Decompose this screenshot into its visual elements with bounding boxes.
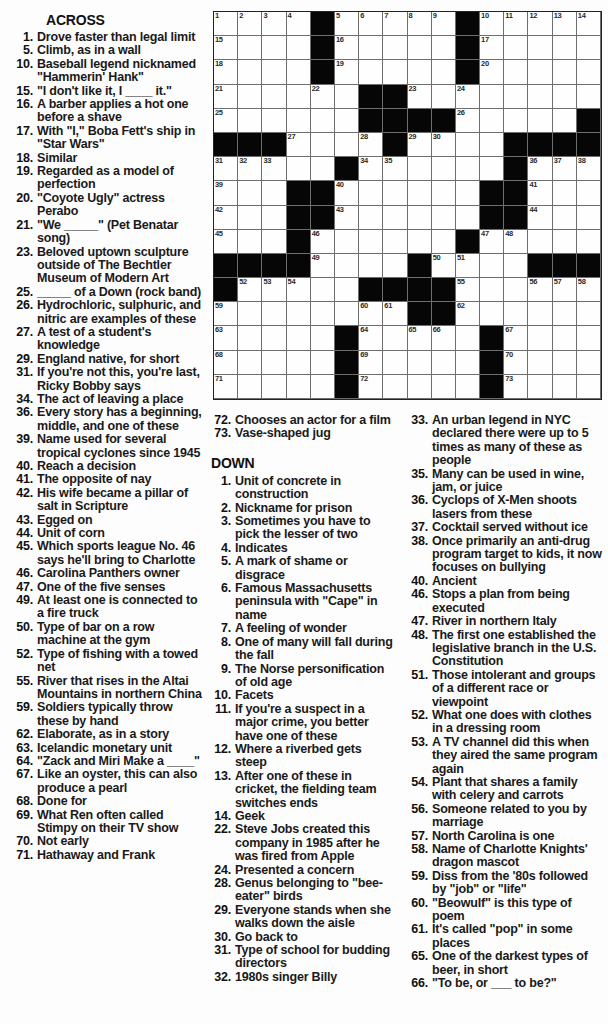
grid-cell	[262, 181, 286, 205]
cell-number: 70	[505, 351, 513, 359]
across-clue-list-continued: 72.Chooses an actor for a film73.Vase-sh…	[211, 414, 396, 441]
grid-cell	[238, 206, 262, 230]
clue-number: 54.	[398, 776, 428, 789]
grid-cell: 35	[383, 157, 407, 181]
clue-text: Name of Charlotte Knights' dragon mascot	[432, 843, 605, 870]
cell-number: 49	[312, 254, 320, 262]
grid-cell: 63	[214, 326, 238, 350]
cell-number: 47	[481, 230, 489, 238]
grid-cell	[456, 133, 480, 157]
grid-cell	[238, 302, 262, 326]
grid-cell	[456, 181, 480, 205]
clue-text: Carolina Panthers owner	[37, 567, 206, 580]
down-clue: 2.Nickname for prison	[211, 502, 396, 515]
grid-cell	[238, 109, 262, 133]
grid-cell: 9	[432, 12, 456, 36]
grid-cell	[480, 133, 504, 157]
grid-cell	[432, 375, 456, 399]
black-cell	[504, 206, 528, 230]
grid-cell: 70	[504, 351, 528, 375]
grid-cell	[528, 351, 552, 375]
grid-cell	[408, 351, 432, 375]
grid-cell	[432, 157, 456, 181]
clue-text: The opposite of nay	[37, 473, 206, 486]
grid-cell	[577, 326, 601, 350]
middle-clues-column: 72.Chooses an actor for a film73.Vase-sh…	[211, 414, 396, 984]
grid-cell	[311, 375, 335, 399]
grid-cell: 36	[528, 157, 552, 181]
grid-cell: 46	[311, 230, 335, 254]
grid-cell	[262, 109, 286, 133]
clue-text: Many can be used in wine, jam, or juice	[432, 468, 605, 495]
down-clue: 6.Famous Massachusetts peninsula with "C…	[211, 582, 396, 622]
grid-cell: 45	[214, 230, 238, 254]
clue-text: Done for	[37, 795, 206, 808]
clue-text: With "I," Boba Fett's ship in "Star Wars…	[37, 125, 206, 152]
grid-cell	[553, 85, 577, 109]
grid-cell	[456, 375, 480, 399]
across-clue: 25._____ of a Down (rock band)	[4, 286, 206, 299]
cell-number: 17	[481, 36, 489, 44]
across-clue-list: 1.Drove faster than legal limit5.Climb, …	[4, 31, 206, 862]
cell-number: 44	[529, 206, 537, 214]
grid-cell	[335, 230, 359, 254]
grid-cell	[311, 302, 335, 326]
grid-cell	[359, 60, 383, 84]
cell-number: 46	[312, 230, 320, 238]
grid-cell: 71	[214, 375, 238, 399]
grid-cell	[335, 85, 359, 109]
clue-text: One of the darkest types of beer, in sho…	[432, 950, 605, 977]
cell-number: 48	[505, 230, 513, 238]
clue-number: 45.	[4, 540, 33, 553]
black-cell	[432, 109, 456, 133]
black-cell	[528, 254, 552, 278]
grid-cell	[504, 109, 528, 133]
cell-number: 31	[215, 157, 223, 165]
grid-cell: 69	[359, 351, 383, 375]
clue-text: Someone related to you by marriage	[432, 803, 605, 830]
grid-cell	[432, 85, 456, 109]
black-cell	[214, 278, 238, 302]
clue-number: 60.	[398, 897, 428, 910]
down-clue: 51.Those intolerant and groups of a diff…	[398, 669, 605, 709]
down-clue: 32.1980s singer Billy	[211, 971, 396, 984]
black-cell	[553, 254, 577, 278]
grid-cell: 37	[553, 157, 577, 181]
black-cell	[287, 206, 311, 230]
grid-cell	[528, 109, 552, 133]
grid-cell	[504, 85, 528, 109]
black-cell	[553, 133, 577, 157]
across-clue: 68.Done for	[4, 795, 206, 808]
across-clue: 46.Carolina Panthers owner	[4, 567, 206, 580]
black-cell	[480, 206, 504, 230]
clue-number: 52.	[398, 709, 428, 722]
black-cell	[262, 254, 286, 278]
grid-cell	[383, 206, 407, 230]
grid-cell: 18	[214, 60, 238, 84]
clue-number: 8.	[211, 636, 231, 649]
black-cell	[214, 133, 238, 157]
grid-cell	[553, 326, 577, 350]
cell-number: 6	[360, 12, 364, 20]
clue-text: Baseball legend nicknamed "Hammerin' Han…	[37, 58, 206, 85]
clue-number: 18.	[4, 152, 33, 165]
grid-cell: 55	[456, 278, 480, 302]
clue-text: Egged on	[37, 514, 206, 527]
clue-number: 15.	[4, 85, 33, 98]
clue-text: Unit of corn	[37, 527, 206, 540]
across-clue: 36.Every story has a beginning, middle, …	[4, 406, 206, 433]
down-clue: 47.River in northern Italy	[398, 615, 605, 628]
clue-number: 47.	[398, 615, 428, 628]
clue-text: If you're not this, you're last, Ricky B…	[37, 366, 206, 393]
across-clues-column: ACROSS 1.Drove faster than legal limit5.…	[4, 12, 206, 862]
grid-cell: 52	[238, 278, 262, 302]
across-clue: 5.Climb, as in a wall	[4, 44, 206, 57]
cell-number: 56	[529, 278, 537, 286]
clue-number: 33.	[398, 414, 428, 427]
across-clue: 70.Not early	[4, 835, 206, 848]
clue-text: 1980s singer Billy	[235, 971, 396, 984]
across-clue: 34.The act of leaving a place	[4, 393, 206, 406]
black-cell	[383, 133, 407, 157]
clue-text: Soldiers typically throw these by hand	[37, 701, 206, 728]
down-clue: 28.Genus belonging to "bee-eater" birds	[211, 877, 396, 904]
cell-number: 42	[215, 206, 223, 214]
black-cell	[287, 254, 311, 278]
clue-text: Chooses an actor for a film	[235, 414, 396, 427]
grid-cell	[335, 302, 359, 326]
cell-number: 63	[215, 326, 223, 334]
clue-text: Go back to	[235, 931, 396, 944]
down-clue: 66."To be, or ___ to be?"	[398, 977, 605, 990]
grid-cell: 21	[214, 85, 238, 109]
cell-number: 55	[457, 278, 465, 286]
grid-cell: 54	[287, 278, 311, 302]
down-clue: 36.Cyclops of X-Men shoots lasers from t…	[398, 494, 605, 521]
grid-cell: 27	[287, 133, 311, 157]
clue-number: 7.	[211, 622, 231, 635]
grid-cell	[359, 36, 383, 60]
down-clue-list: 1.Unit of concrete in construction2.Nick…	[211, 475, 396, 984]
black-cell	[359, 109, 383, 133]
down-clue: 24.Presented a concern	[211, 864, 396, 877]
grid-cell	[504, 278, 528, 302]
clue-number: 36.	[398, 494, 428, 507]
grid-cell	[456, 157, 480, 181]
clue-number: 16.	[4, 98, 33, 111]
cell-number: 66	[433, 326, 441, 334]
cell-number: 4	[288, 12, 292, 20]
grid-cell: 10	[480, 12, 504, 36]
clue-number: 56.	[398, 803, 428, 816]
clue-number: 11.	[211, 703, 231, 716]
down-clue: 11.If you're a suspect in a major crime,…	[211, 703, 396, 743]
down-clue: 1.Unit of concrete in construction	[211, 475, 396, 502]
grid-cell	[577, 351, 601, 375]
clue-number: 29.	[211, 904, 231, 917]
clue-text: Drove faster than legal limit	[37, 31, 206, 44]
grid-cell	[383, 375, 407, 399]
black-cell	[456, 230, 480, 254]
grid-cell: 38	[577, 157, 601, 181]
clue-number: 25.	[4, 286, 33, 299]
black-cell	[577, 109, 601, 133]
clue-text: Famous Massachusetts peninsula with "Cap…	[235, 582, 396, 622]
grid-cell	[335, 278, 359, 302]
grid-cell	[287, 157, 311, 181]
cell-number: 59	[215, 302, 223, 310]
cell-number: 68	[215, 351, 223, 359]
grid-cell	[238, 375, 262, 399]
cell-number: 23	[409, 85, 417, 93]
clue-number: 58.	[398, 843, 428, 856]
grid-cell	[553, 230, 577, 254]
across-clue: 42.His wife became a pillar of salt in S…	[4, 487, 206, 514]
down-clue: 61.It's called "pop" in some places	[398, 923, 605, 950]
clue-text: What Ren often called Stimpy on their TV…	[37, 809, 206, 836]
across-header: ACROSS	[46, 12, 206, 28]
grid-cell: 68	[214, 351, 238, 375]
clue-text: His wife became a pillar of salt in Scri…	[37, 487, 206, 514]
clue-text: Where a riverbed gets steep	[235, 743, 396, 770]
black-cell	[408, 302, 432, 326]
down-clue-list-continued: 33.An urban legend in NYC declared there…	[398, 414, 605, 990]
clue-number: 34.	[4, 393, 33, 406]
grid-cell	[553, 36, 577, 60]
grid-cell	[408, 181, 432, 205]
across-clue: 73.Vase-shaped jug	[211, 427, 396, 440]
grid-cell: 14	[577, 12, 601, 36]
clue-number: 72.	[211, 414, 231, 427]
clue-number: 69.	[4, 809, 33, 822]
crossword-grid: 1234567891011121314151617181920212223242…	[213, 11, 602, 400]
cell-number: 19	[336, 60, 344, 68]
cell-number: 16	[336, 36, 344, 44]
grid-cell: 13	[553, 12, 577, 36]
grid-cell	[262, 85, 286, 109]
grid-cell: 22	[311, 85, 335, 109]
grid-cell	[432, 230, 456, 254]
clue-number: 12.	[211, 743, 231, 756]
black-cell	[383, 85, 407, 109]
clue-text: Elaborate, as in a story	[37, 728, 206, 741]
cell-number: 57	[554, 278, 562, 286]
right-clues-column: 33.An urban legend in NYC declared there…	[398, 414, 605, 990]
down-clue: 22.Steve Jobs created this company in 19…	[211, 823, 396, 863]
black-cell	[238, 254, 262, 278]
grid-cell	[577, 375, 601, 399]
across-clue: 40.Reach a decision	[4, 460, 206, 473]
across-clue: 41.The opposite of nay	[4, 473, 206, 486]
down-clue: 29.Everyone stands when she walks down t…	[211, 904, 396, 931]
down-clue: 30.Go back to	[211, 931, 396, 944]
grid-cell	[383, 351, 407, 375]
clue-number: 13.	[211, 770, 231, 783]
black-cell	[287, 181, 311, 205]
clue-text: "We _____" (Pet Benatar song)	[37, 219, 206, 246]
grid-cell	[262, 351, 286, 375]
across-clue: 62.Elaborate, as in a story	[4, 728, 206, 741]
clue-text: One of the five senses	[37, 581, 206, 594]
clue-text: Diss from the '80s followed by "job" or …	[432, 870, 605, 897]
across-clue: 1.Drove faster than legal limit	[4, 31, 206, 44]
cell-number: 9	[433, 12, 437, 20]
grid-cell: 62	[456, 302, 480, 326]
down-clue: 33.An urban legend in NYC declared there…	[398, 414, 605, 468]
clue-text: Genus belonging to "bee-eater" birds	[235, 877, 396, 904]
grid-cell	[408, 230, 432, 254]
down-clue: 8.One of many will fall during the fall	[211, 636, 396, 663]
black-cell	[287, 230, 311, 254]
clue-text: "I don't like it, I ____ it."	[37, 85, 206, 98]
grid-cell: 42	[214, 206, 238, 230]
down-clue: 46.Stops a plan from being executed	[398, 588, 605, 615]
clue-number: 1.	[211, 475, 231, 488]
across-clue: 52.Type of fishing with a towed net	[4, 648, 206, 675]
down-clue: 65.One of the darkest types of beer, in …	[398, 950, 605, 977]
clue-number: 61.	[398, 923, 428, 936]
clue-number: 42.	[4, 487, 33, 500]
cell-number: 53	[263, 278, 271, 286]
grid-cell	[528, 36, 552, 60]
clue-number: 43.	[4, 514, 33, 527]
grid-cell	[311, 109, 335, 133]
clue-text: A mark of shame or disgrace	[235, 555, 396, 582]
clue-text: River that rises in the Altai Mountains …	[37, 675, 206, 702]
clue-text: Cyclops of X-Men shoots lasers from thes…	[432, 494, 605, 521]
clue-text: The act of leaving a place	[37, 393, 206, 406]
grid-cell	[528, 85, 552, 109]
grid-cell	[528, 302, 552, 326]
clue-number: 31.	[211, 944, 231, 957]
cell-number: 60	[360, 302, 368, 310]
clue-text: Name used for several tropical cyclones …	[37, 433, 206, 460]
grid-cell	[553, 302, 577, 326]
clue-number: 14.	[211, 810, 231, 823]
clue-text: After one of these in cricket, the field…	[235, 770, 396, 810]
down-clue: 38.Once primarily an anti-drug program t…	[398, 535, 605, 575]
grid-cell	[262, 375, 286, 399]
across-clue: 19.Regarded as a model of perfection	[4, 165, 206, 192]
black-cell	[456, 12, 480, 36]
cell-number: 36	[529, 157, 537, 165]
across-clue: 23.Beloved uptown sculpture outside of T…	[4, 246, 206, 286]
clue-text: A TV channel did this when they aired th…	[432, 736, 605, 776]
black-cell	[432, 302, 456, 326]
cell-number: 41	[529, 181, 537, 189]
grid-cell: 6	[359, 12, 383, 36]
grid-cell	[577, 60, 601, 84]
grid-cell	[238, 85, 262, 109]
grid-cell: 65	[408, 326, 432, 350]
grid-cell	[408, 206, 432, 230]
down-clue: 56.Someone related to you by marriage	[398, 803, 605, 830]
black-cell	[504, 157, 528, 181]
down-clue: 3.Sometimes you have to pick the lesser …	[211, 515, 396, 542]
clue-text: Beloved uptown sculpture outside of The …	[37, 246, 206, 286]
cell-number: 12	[529, 12, 537, 20]
across-clue: 49.At least one is connected to a fire t…	[4, 594, 206, 621]
black-cell	[359, 85, 383, 109]
black-cell	[577, 133, 601, 157]
down-clue: 57.North Carolina is one	[398, 830, 605, 843]
clue-text: Every story has a beginning, middle, and…	[37, 406, 206, 433]
cell-number: 64	[360, 326, 368, 334]
black-cell	[480, 326, 504, 350]
clue-number: 40.	[398, 575, 428, 588]
across-clue: 29.England native, for short	[4, 353, 206, 366]
grid-cell: 43	[335, 206, 359, 230]
down-clue: 10.Facets	[211, 689, 396, 702]
down-clue: 52.What one does with clothes in a dress…	[398, 709, 605, 736]
black-cell	[311, 206, 335, 230]
clue-number: 30.	[211, 931, 231, 944]
grid-cell	[287, 351, 311, 375]
grid-cell: 4	[287, 12, 311, 36]
cell-number: 50	[433, 254, 441, 262]
clue-number: 59.	[4, 701, 33, 714]
black-cell	[383, 278, 407, 302]
across-clue: 55.River that rises in the Altai Mountai…	[4, 675, 206, 702]
grid-cell: 47	[480, 230, 504, 254]
black-cell	[359, 278, 383, 302]
clue-text: Nickname for prison	[235, 502, 396, 515]
clue-number: 49.	[4, 594, 33, 607]
black-cell	[480, 181, 504, 205]
across-clue: 50.Type of bar on a row machine at the g…	[4, 621, 206, 648]
clue-number: 17.	[4, 125, 33, 138]
clue-text: What one does with clothes in a dressing…	[432, 709, 605, 736]
cell-number: 5	[336, 12, 340, 20]
grid-cell	[577, 230, 601, 254]
clue-text: Once primarily an anti-drug program targ…	[432, 535, 605, 575]
clue-number: 73.	[211, 427, 231, 440]
cell-number: 39	[215, 181, 223, 189]
grid-cell: 24	[456, 85, 480, 109]
clue-number: 63.	[4, 742, 33, 755]
clue-text: Hathaway and Frank	[37, 849, 206, 862]
grid-cell	[480, 278, 504, 302]
clue-number: 5.	[4, 44, 33, 57]
clue-number: 3.	[211, 515, 231, 528]
grid-cell	[408, 60, 432, 84]
cell-number: 18	[215, 60, 223, 68]
across-clue: 17.With "I," Boba Fett's ship in "Star W…	[4, 125, 206, 152]
cell-number: 24	[457, 85, 465, 93]
cell-number: 52	[239, 278, 247, 286]
grid-cell: 57	[553, 278, 577, 302]
grid-cell: 33	[262, 157, 286, 181]
grid-cell	[577, 206, 601, 230]
grid-cell	[335, 133, 359, 157]
across-clue: 69.What Ren often called Stimpy on their…	[4, 809, 206, 836]
across-clue: 16.A barber applies a hot one before a s…	[4, 98, 206, 125]
clue-text: England native, for short	[37, 353, 206, 366]
clue-text: Indicates	[235, 542, 396, 555]
cell-number: 72	[360, 375, 368, 383]
grid-cell: 29	[408, 133, 432, 157]
grid-cell: 20	[480, 60, 504, 84]
across-clue: 47.One of the five senses	[4, 581, 206, 594]
cell-number: 37	[554, 157, 562, 165]
across-clue: 39.Name used for several tropical cyclon…	[4, 433, 206, 460]
grid-cell	[504, 302, 528, 326]
clue-text: Steve Jobs created this company in 1985 …	[235, 823, 396, 863]
clue-text: Icelandic monetary unit	[37, 742, 206, 755]
